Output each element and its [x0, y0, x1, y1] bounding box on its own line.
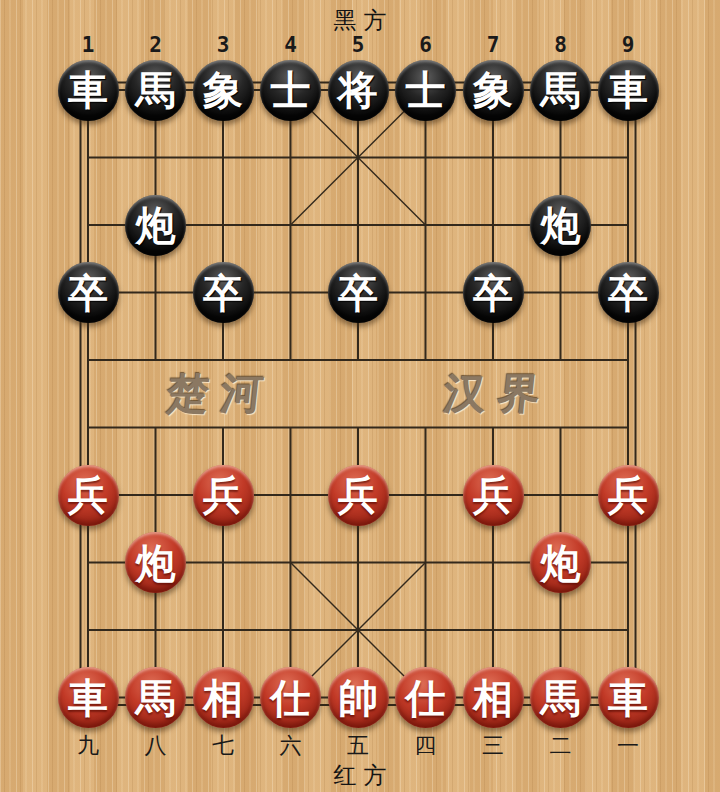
piece-black-elephant[interactable]: 象: [463, 60, 524, 121]
board-cell: 炮: [122, 529, 190, 597]
board-cell: 象: [189, 56, 257, 124]
board-cell: 卒: [324, 259, 392, 327]
board-grid[interactable]: 車馬象士将士象馬車炮炮卒卒卒卒卒兵兵兵兵兵炮炮車馬相仕帥仕相馬車: [54, 56, 662, 731]
piece-black-advisor[interactable]: 士: [395, 60, 456, 121]
piece-red-horse[interactable]: 馬: [530, 667, 591, 728]
piece-black-chariot[interactable]: 車: [58, 60, 119, 121]
piece-red-chariot[interactable]: 車: [58, 667, 119, 728]
piece-black-soldier[interactable]: 卒: [193, 262, 254, 323]
board-cell: 相: [189, 664, 257, 732]
column-number-cn: 七: [189, 731, 257, 761]
piece-red-soldier[interactable]: 兵: [193, 465, 254, 526]
board-cell: 相: [459, 664, 527, 732]
board-cell: 卒: [54, 259, 122, 327]
piece-black-soldier[interactable]: 卒: [328, 262, 389, 323]
piece-red-horse[interactable]: 馬: [125, 667, 186, 728]
board-cell: 炮: [122, 191, 190, 259]
board-cell: 兵: [54, 461, 122, 529]
piece-red-elephant[interactable]: 相: [193, 667, 254, 728]
board-cell: 車: [594, 664, 662, 732]
piece-black-chariot[interactable]: 車: [598, 60, 659, 121]
piece-red-soldier[interactable]: 兵: [328, 465, 389, 526]
board-cell: 車: [54, 56, 122, 124]
board-cell: 士: [257, 56, 325, 124]
piece-black-horse[interactable]: 馬: [530, 60, 591, 121]
column-number-cn: 八: [122, 731, 190, 761]
bottom-column-labels: 九八七六五四三二一: [54, 731, 662, 757]
piece-red-soldier[interactable]: 兵: [58, 465, 119, 526]
board-cell: 卒: [459, 259, 527, 327]
piece-black-soldier[interactable]: 卒: [463, 262, 524, 323]
board-cell: 兵: [324, 461, 392, 529]
piece-black-soldier[interactable]: 卒: [58, 262, 119, 323]
column-number-cn: 三: [459, 731, 527, 761]
column-number-cn: 四: [392, 731, 460, 761]
board-cell: 炮: [527, 529, 595, 597]
piece-black-soldier[interactable]: 卒: [598, 262, 659, 323]
red-side-label: 红方: [0, 760, 720, 791]
piece-black-advisor[interactable]: 士: [260, 60, 321, 121]
piece-red-advisor[interactable]: 仕: [260, 667, 321, 728]
board-cell: 卒: [594, 259, 662, 327]
board-cell: 馬: [122, 664, 190, 732]
piece-black-cannon[interactable]: 炮: [530, 195, 591, 256]
piece-red-cannon[interactable]: 炮: [530, 532, 591, 593]
board-cell: 卒: [189, 259, 257, 327]
piece-red-elephant[interactable]: 相: [463, 667, 524, 728]
board-cell: 兵: [459, 461, 527, 529]
piece-black-general[interactable]: 将: [328, 60, 389, 121]
board-cell: 馬: [527, 664, 595, 732]
board-cell: 仕: [257, 664, 325, 732]
board-cell: 兵: [594, 461, 662, 529]
piece-red-general[interactable]: 帥: [328, 667, 389, 728]
board-cell: 車: [54, 664, 122, 732]
board-cell: 炮: [527, 191, 595, 259]
column-number-cn: 二: [527, 731, 595, 761]
piece-red-advisor[interactable]: 仕: [395, 667, 456, 728]
board-cell: 仕: [392, 664, 460, 732]
piece-black-elephant[interactable]: 象: [193, 60, 254, 121]
column-number-cn: 一: [594, 731, 662, 761]
board-cell: 馬: [527, 56, 595, 124]
board-cell: 車: [594, 56, 662, 124]
piece-red-chariot[interactable]: 車: [598, 667, 659, 728]
piece-black-cannon[interactable]: 炮: [125, 195, 186, 256]
column-number-cn: 五: [324, 731, 392, 761]
board-cell: 帥: [324, 664, 392, 732]
piece-red-soldier[interactable]: 兵: [463, 465, 524, 526]
column-number-cn: 六: [257, 731, 325, 761]
piece-red-soldier[interactable]: 兵: [598, 465, 659, 526]
board-cell: 士: [392, 56, 460, 124]
board-cell: 馬: [122, 56, 190, 124]
board-cell: 象: [459, 56, 527, 124]
column-number-cn: 九: [54, 731, 122, 761]
xiangqi-app: 黑方 123456789 楚河 汉界 車馬象士将士象馬車炮炮卒卒卒卒卒兵兵兵兵兵…: [0, 0, 720, 792]
piece-black-horse[interactable]: 馬: [125, 60, 186, 121]
board-cell: 兵: [189, 461, 257, 529]
board-cell: 将: [324, 56, 392, 124]
piece-red-cannon[interactable]: 炮: [125, 532, 186, 593]
